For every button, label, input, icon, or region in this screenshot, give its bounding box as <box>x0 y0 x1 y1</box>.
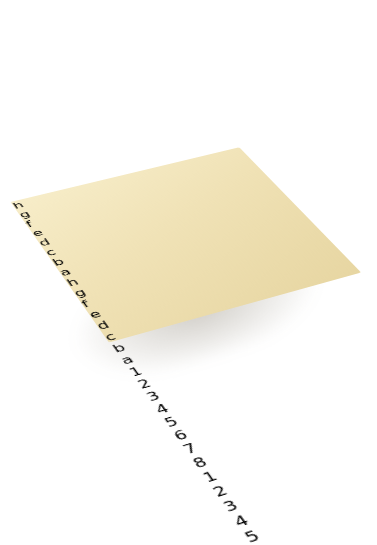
scene: hgfedcba hgfedcba 12345678 12345678 ♜♞♝♚… <box>0 0 377 545</box>
chess-set-photo: hgfedcba hgfedcba 12345678 12345678 ♜♞♝♚… <box>0 0 377 545</box>
